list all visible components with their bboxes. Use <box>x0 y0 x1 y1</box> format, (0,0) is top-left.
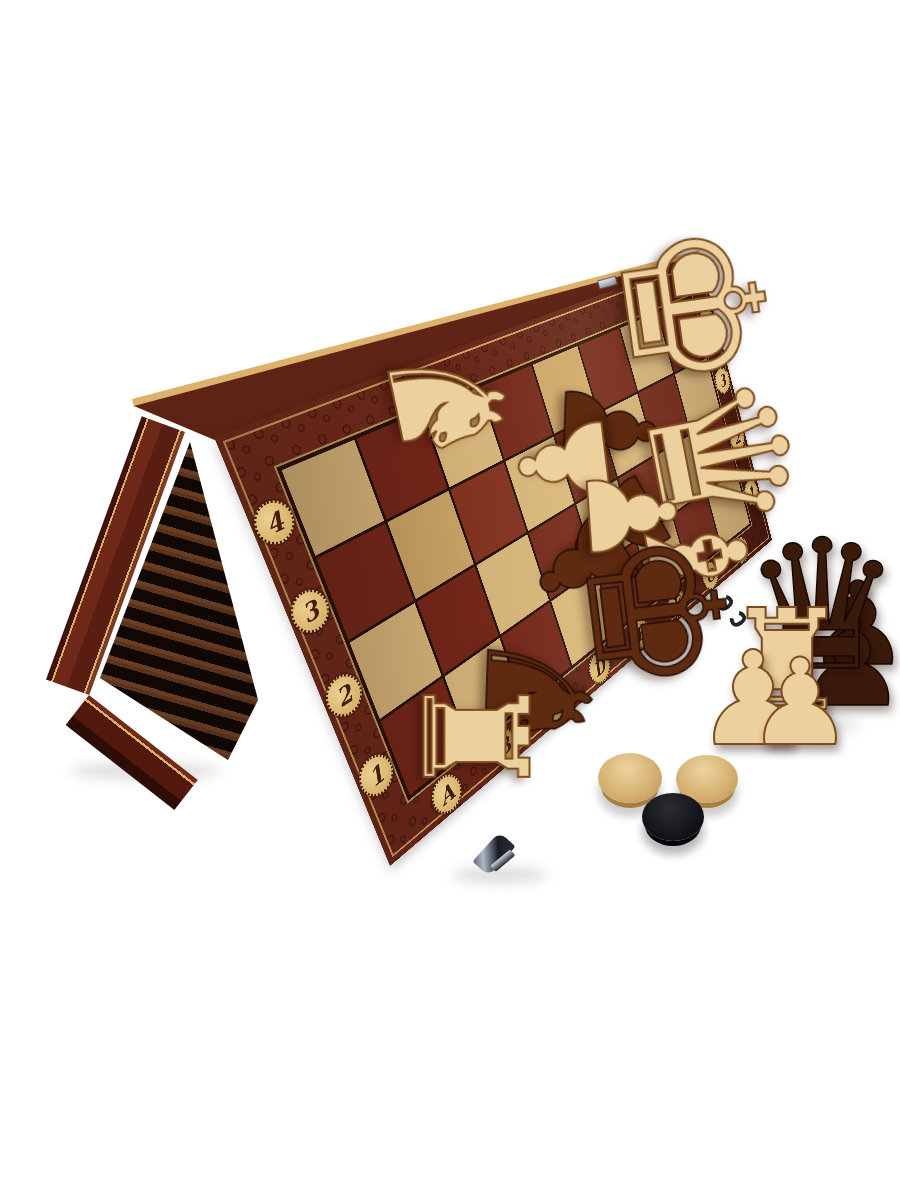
light-checker-disc[interactable] <box>598 753 662 803</box>
white-rook-b1[interactable]: ♜ <box>402 671 547 801</box>
photo-canvas: 44332211ABCDEFGH ♞♟♚♟♛♟♟♟♝♚♞♜♟♟♛♜♟♟ <box>0 0 900 1200</box>
dark-checker-disc[interactable] <box>642 793 704 841</box>
white-pawn-tray[interactable]: ♟ <box>746 643 854 763</box>
table-shadow-front <box>452 866 547 884</box>
